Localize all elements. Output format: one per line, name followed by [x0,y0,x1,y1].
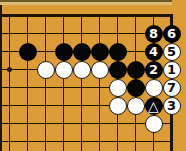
black-stone [91,43,109,61]
grid-line [9,14,10,151]
move-number-label: 1 [167,63,176,76]
grid-line [27,14,28,151]
black-stone [109,43,127,61]
grid-line [0,141,173,142]
white-stone [55,61,73,79]
white-stone [109,97,127,115]
black-stone [55,43,73,61]
move-number-label: 6 [167,27,176,40]
triangle-marker: △ [148,98,159,112]
white-stone: 7 [163,79,181,97]
white-stone [127,97,145,115]
black-stone: 8 [145,25,163,43]
go-board: 8645217△3 [0,0,186,151]
white-stone [109,79,127,97]
black-stone [127,61,145,79]
black-stone [109,61,127,79]
star-point [7,67,12,72]
white-stone [145,79,163,97]
grid-line [0,14,173,17]
top-crop-band [0,2,172,5]
black-stone [127,79,145,97]
grid-line [81,14,82,151]
white-stone: 5 [163,43,181,61]
black-stone [73,43,91,61]
white-stone [37,61,55,79]
white-stone [91,61,109,79]
black-stone: △ [145,97,163,115]
go-diagram: 8645217△3 [0,0,186,151]
grid-line [63,14,64,151]
black-stone: 6 [163,25,181,43]
left-crop-line [0,1,2,151]
move-number-label: 7 [167,81,176,94]
black-stone [19,43,37,61]
move-number-label: 8 [149,27,158,40]
white-stone [145,115,163,133]
black-stone: 4 [145,43,163,61]
white-stone: 1 [163,61,181,79]
black-stone: 2 [145,61,163,79]
move-number-label: 5 [167,45,176,58]
white-stone: 3 [163,97,181,115]
move-number-label: 4 [149,45,158,58]
move-number-label: 3 [167,99,176,112]
grid-line [99,14,100,151]
grid-line [45,14,46,151]
move-number-label: 2 [149,63,158,76]
white-stone [73,61,91,79]
